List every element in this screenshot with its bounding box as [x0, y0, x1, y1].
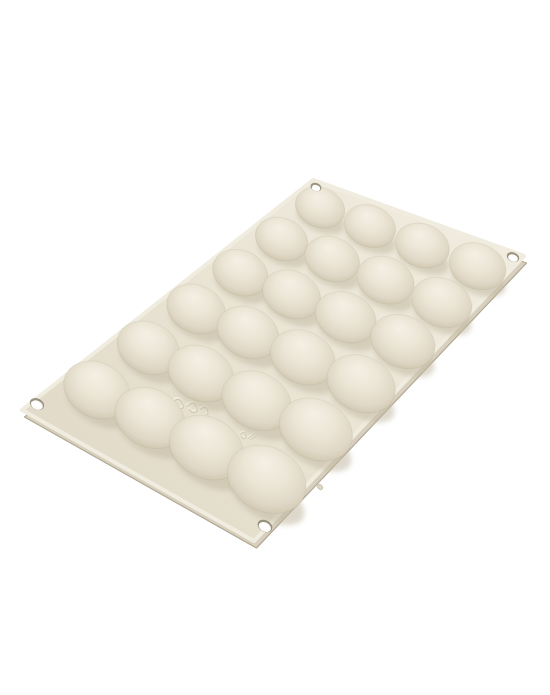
silicone-mold-photo — [0, 0, 550, 695]
photo-canvas — [0, 0, 550, 695]
